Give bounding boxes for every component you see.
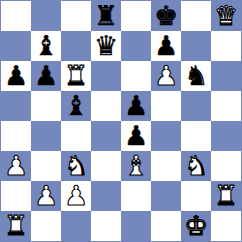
square-d2[interactable] (91, 181, 121, 211)
square-f4[interactable] (151, 121, 181, 151)
square-a1[interactable]: ♜ (1, 211, 31, 241)
square-a5[interactable] (1, 91, 31, 121)
square-e1[interactable] (121, 211, 151, 241)
square-d4[interactable] (91, 121, 121, 151)
square-h4[interactable] (211, 121, 241, 151)
square-e6[interactable] (121, 61, 151, 91)
piece-white-rook[interactable]: ♜ (214, 181, 238, 211)
square-g5[interactable] (181, 91, 211, 121)
square-e2[interactable] (121, 181, 151, 211)
square-b8[interactable] (31, 1, 61, 31)
square-b6[interactable]: ♟ (31, 61, 61, 91)
square-e7[interactable] (121, 31, 151, 61)
square-c2[interactable]: ♟ (61, 181, 91, 211)
square-f1[interactable] (151, 211, 181, 241)
chess-board-container: ♜♚♛♝♛♟♟♟♜♟♞♝♟♟♟♞♝♞♟♟♜♜♚ (0, 0, 242, 242)
square-b5[interactable] (31, 91, 61, 121)
square-f2[interactable] (151, 181, 181, 211)
square-h6[interactable] (211, 61, 241, 91)
piece-black-pawn[interactable]: ♟ (124, 121, 148, 151)
square-c7[interactable] (61, 31, 91, 61)
square-d6[interactable] (91, 61, 121, 91)
square-c6[interactable]: ♜ (61, 61, 91, 91)
square-h1[interactable] (211, 211, 241, 241)
piece-white-rook[interactable]: ♜ (64, 61, 88, 91)
piece-white-king[interactable]: ♚ (184, 211, 208, 241)
piece-black-king[interactable]: ♚ (154, 1, 178, 31)
square-b4[interactable] (31, 121, 61, 151)
piece-white-pawn[interactable]: ♟ (154, 61, 178, 91)
piece-white-queen[interactable]: ♛ (214, 1, 238, 31)
square-g6[interactable]: ♞ (181, 61, 211, 91)
piece-black-pawn[interactable]: ♟ (124, 91, 148, 121)
chess-board: ♜♚♛♝♛♟♟♟♜♟♞♝♟♟♟♞♝♞♟♟♜♜♚ (0, 0, 242, 242)
square-g8[interactable] (181, 1, 211, 31)
square-a8[interactable] (1, 1, 31, 31)
piece-black-bishop[interactable]: ♝ (34, 31, 58, 61)
square-e4[interactable]: ♟ (121, 121, 151, 151)
square-f6[interactable]: ♟ (151, 61, 181, 91)
piece-black-pawn[interactable]: ♟ (4, 61, 28, 91)
square-f8[interactable]: ♚ (151, 1, 181, 31)
piece-white-knight[interactable]: ♞ (64, 151, 88, 181)
piece-black-bishop[interactable]: ♝ (64, 91, 88, 121)
square-f7[interactable]: ♟ (151, 31, 181, 61)
square-d3[interactable] (91, 151, 121, 181)
square-d7[interactable]: ♛ (91, 31, 121, 61)
piece-white-pawn[interactable]: ♟ (64, 181, 88, 211)
piece-white-rook[interactable]: ♜ (4, 211, 28, 241)
square-g1[interactable]: ♚ (181, 211, 211, 241)
piece-black-queen[interactable]: ♛ (94, 31, 118, 61)
square-a7[interactable] (1, 31, 31, 61)
square-h3[interactable] (211, 151, 241, 181)
piece-white-pawn[interactable]: ♟ (34, 181, 58, 211)
square-a2[interactable] (1, 181, 31, 211)
square-h5[interactable] (211, 91, 241, 121)
square-b7[interactable]: ♝ (31, 31, 61, 61)
piece-black-rook[interactable]: ♜ (94, 1, 118, 31)
square-f5[interactable] (151, 91, 181, 121)
square-a4[interactable] (1, 121, 31, 151)
square-c3[interactable]: ♞ (61, 151, 91, 181)
square-e3[interactable]: ♝ (121, 151, 151, 181)
square-e8[interactable] (121, 1, 151, 31)
square-c8[interactable] (61, 1, 91, 31)
square-b3[interactable] (31, 151, 61, 181)
square-h7[interactable] (211, 31, 241, 61)
square-d8[interactable]: ♜ (91, 1, 121, 31)
square-d1[interactable] (91, 211, 121, 241)
square-f3[interactable] (151, 151, 181, 181)
square-g4[interactable] (181, 121, 211, 151)
square-e5[interactable]: ♟ (121, 91, 151, 121)
square-g7[interactable] (181, 31, 211, 61)
square-h8[interactable]: ♛ (211, 1, 241, 31)
piece-white-pawn[interactable]: ♟ (4, 151, 28, 181)
piece-white-bishop[interactable]: ♝ (124, 151, 148, 181)
piece-black-knight[interactable]: ♞ (184, 61, 208, 91)
piece-black-pawn[interactable]: ♟ (154, 31, 178, 61)
square-h2[interactable]: ♜ (211, 181, 241, 211)
square-g2[interactable] (181, 181, 211, 211)
square-a6[interactable]: ♟ (1, 61, 31, 91)
square-d5[interactable] (91, 91, 121, 121)
square-b1[interactable] (31, 211, 61, 241)
square-a3[interactable]: ♟ (1, 151, 31, 181)
square-g3[interactable]: ♞ (181, 151, 211, 181)
square-b2[interactable]: ♟ (31, 181, 61, 211)
square-c5[interactable]: ♝ (61, 91, 91, 121)
square-c1[interactable] (61, 211, 91, 241)
square-c4[interactable] (61, 121, 91, 151)
piece-black-pawn[interactable]: ♟ (34, 61, 58, 91)
piece-white-knight[interactable]: ♞ (184, 151, 208, 181)
